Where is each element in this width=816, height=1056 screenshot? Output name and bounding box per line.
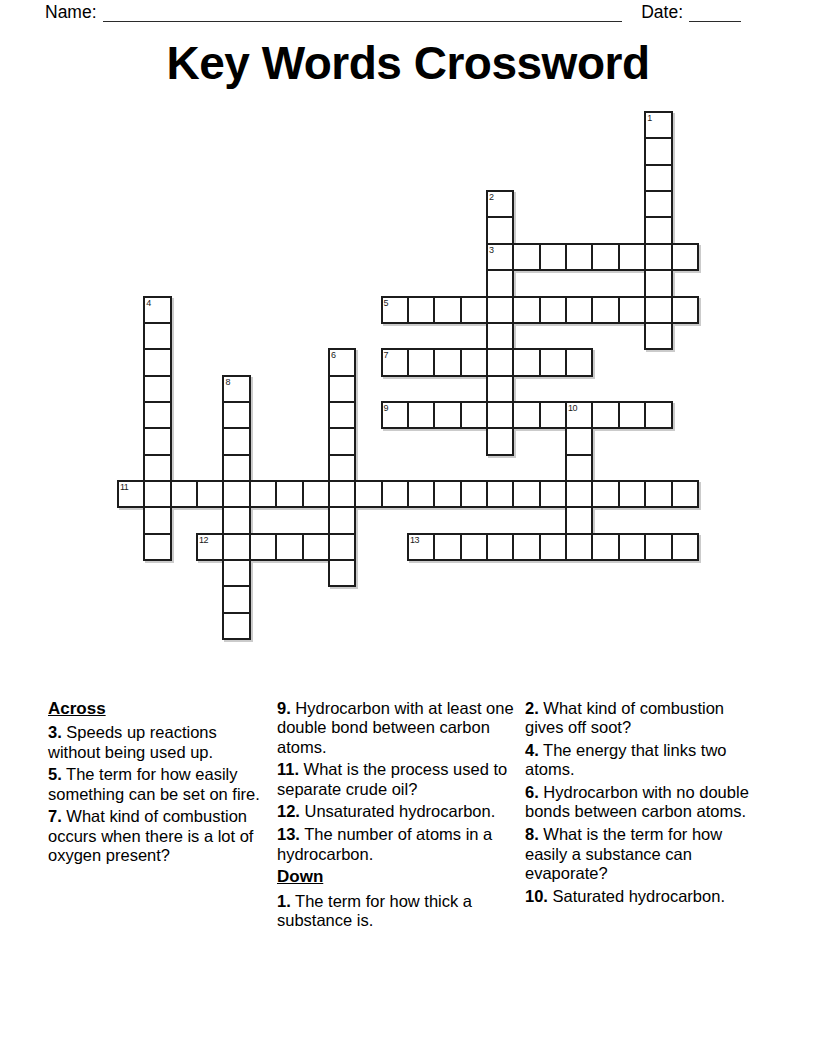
clue-number: 7 xyxy=(384,350,389,360)
grid-cell[interactable] xyxy=(328,454,356,482)
grid-cell[interactable] xyxy=(328,427,356,455)
clue-number-label: 9. xyxy=(277,699,291,717)
grid-cell[interactable]: 3 xyxy=(486,243,514,271)
grid-cell[interactable] xyxy=(222,401,250,429)
date-input-line[interactable] xyxy=(689,2,741,22)
grid-cell[interactable] xyxy=(222,612,250,640)
grid-cell[interactable] xyxy=(143,533,171,561)
grid-cell[interactable] xyxy=(618,243,646,271)
clue-number-label: 8. xyxy=(525,825,539,843)
grid-cell[interactable] xyxy=(512,243,540,271)
clue-number-label: 7. xyxy=(48,807,62,825)
clue-number-label: 13. xyxy=(277,825,300,843)
grid-cell[interactable] xyxy=(143,506,171,534)
grid-cell[interactable] xyxy=(222,559,250,587)
grid-cell[interactable] xyxy=(249,533,277,561)
grid-cell[interactable] xyxy=(486,401,514,429)
grid-cell[interactable] xyxy=(328,533,356,561)
clue: 2. What kind of combustion gives off soo… xyxy=(525,699,763,738)
clues-across-heading: Across xyxy=(48,699,266,718)
grid-cell[interactable] xyxy=(222,454,250,482)
grid-cell[interactable] xyxy=(143,348,171,376)
clue: 9. Hydrocarbon with at least one double … xyxy=(277,699,514,757)
grid-cell[interactable] xyxy=(302,533,330,561)
clue-number: 8 xyxy=(225,377,230,387)
grid-cell[interactable] xyxy=(591,533,619,561)
grid-cell[interactable] xyxy=(644,243,672,271)
worksheet-page: Name: Date: Key Words Crossword 12345678… xyxy=(0,0,816,1056)
grid-cell[interactable] xyxy=(486,480,514,508)
grid-cell[interactable] xyxy=(486,533,514,561)
grid-cell[interactable] xyxy=(486,269,514,297)
grid-cell[interactable] xyxy=(565,454,593,482)
grid-cell[interactable] xyxy=(143,401,171,429)
grid-cell[interactable] xyxy=(275,480,303,508)
clue-number-label: 4. xyxy=(525,741,539,759)
clue: 10. Saturated hydrocarbon. xyxy=(525,887,763,906)
grid-cell[interactable] xyxy=(618,296,646,324)
clue-column: Across3. Speeds up reactions without bei… xyxy=(48,699,266,934)
clue: 13. The number of atoms in a hydrocarbon… xyxy=(277,825,514,864)
grid-cell[interactable] xyxy=(539,296,567,324)
clue-number: 12 xyxy=(199,535,208,545)
grid-cell[interactable] xyxy=(486,427,514,455)
grid-cell[interactable] xyxy=(644,401,672,429)
grid-cell[interactable] xyxy=(486,322,514,350)
clue-number: 13 xyxy=(410,535,419,545)
clue: 1. The term for how thick a substance is… xyxy=(277,892,514,931)
name-label: Name: xyxy=(45,2,97,22)
grid-cell[interactable] xyxy=(486,348,514,376)
grid-cell[interactable] xyxy=(486,296,514,324)
grid-cell[interactable] xyxy=(143,427,171,455)
grid-cell[interactable] xyxy=(539,401,567,429)
grid-cell[interactable] xyxy=(591,296,619,324)
grid-cell[interactable] xyxy=(433,533,461,561)
grid-cell[interactable] xyxy=(512,296,540,324)
grid-cell[interactable] xyxy=(381,480,409,508)
grid-cell[interactable] xyxy=(644,137,672,165)
grid-cell[interactable] xyxy=(433,401,461,429)
grid-cell[interactable] xyxy=(539,533,567,561)
grid-cell[interactable]: 6 xyxy=(328,348,356,376)
grid-cell[interactable] xyxy=(565,296,593,324)
grid-cell[interactable] xyxy=(460,401,488,429)
clue: 11. What is the process used to separate… xyxy=(277,760,514,799)
grid-cell[interactable] xyxy=(565,533,593,561)
grid-cell[interactable] xyxy=(539,243,567,271)
grid-cell[interactable] xyxy=(328,559,356,587)
worksheet-header: Name: Date: xyxy=(45,2,741,22)
clue: 12. Unsaturated hydrocarbon. xyxy=(277,802,514,821)
grid-cell[interactable] xyxy=(671,480,699,508)
clue-number-label: 12. xyxy=(277,802,300,820)
grid-cell[interactable]: 1 xyxy=(644,111,672,139)
clue: 4. The energy that links two atoms. xyxy=(525,741,763,780)
grid-cell[interactable] xyxy=(591,480,619,508)
grid-cell[interactable] xyxy=(618,480,646,508)
grid-cell[interactable] xyxy=(671,296,699,324)
clue-number-label: 11. xyxy=(277,760,299,778)
grid-cell[interactable] xyxy=(618,401,646,429)
grid-cell[interactable] xyxy=(222,427,250,455)
grid-cell[interactable] xyxy=(671,533,699,561)
grid-cell[interactable] xyxy=(486,375,514,403)
grid-cell[interactable] xyxy=(539,348,567,376)
grid-cell[interactable] xyxy=(222,533,250,561)
grid-cell[interactable] xyxy=(644,480,672,508)
grid-cell[interactable]: 12 xyxy=(196,533,224,561)
grid-cell[interactable]: 11 xyxy=(117,480,145,508)
clue: 8. What is the term for how easily a sub… xyxy=(525,825,763,883)
grid-cell[interactable]: 8 xyxy=(222,375,250,403)
clue: 7. What kind of combustion occurs when t… xyxy=(48,807,266,865)
clue-column: 9. Hydrocarbon with at least one double … xyxy=(277,699,514,934)
grid-cell[interactable] xyxy=(433,348,461,376)
grid-cell[interactable] xyxy=(618,533,646,561)
name-input-line[interactable] xyxy=(103,2,623,22)
grid-cell[interactable]: 5 xyxy=(381,296,409,324)
grid-cell[interactable] xyxy=(671,243,699,271)
grid-cell[interactable] xyxy=(644,322,672,350)
grid-cell[interactable] xyxy=(591,401,619,429)
grid-cell[interactable] xyxy=(486,216,514,244)
grid-cell[interactable] xyxy=(222,480,250,508)
grid-cell[interactable] xyxy=(644,216,672,244)
grid-cell[interactable] xyxy=(512,480,540,508)
clue-column: 2. What kind of combustion gives off soo… xyxy=(525,699,763,934)
grid-cell[interactable] xyxy=(328,506,356,534)
grid-cell[interactable]: 4 xyxy=(143,296,171,324)
grid-cell[interactable] xyxy=(460,533,488,561)
grid-cell[interactable]: 13 xyxy=(407,533,435,561)
grid-cell[interactable]: 10 xyxy=(565,401,593,429)
grid-cell[interactable] xyxy=(143,480,171,508)
clue-number: 5 xyxy=(384,298,389,308)
clue-number-label: 2. xyxy=(525,699,539,717)
grid-cell[interactable] xyxy=(328,401,356,429)
grid-cell[interactable] xyxy=(644,533,672,561)
clue-number: 3 xyxy=(489,245,494,255)
clue-number: 1 xyxy=(647,113,652,123)
clue-number-label: 10. xyxy=(525,887,548,905)
grid-cell[interactable] xyxy=(407,480,435,508)
grid-cell[interactable] xyxy=(354,480,382,508)
clues-section: Across3. Speeds up reactions without bei… xyxy=(48,699,763,934)
grid-cell[interactable] xyxy=(460,480,488,508)
grid-cell[interactable] xyxy=(565,480,593,508)
grid-cell[interactable] xyxy=(143,322,171,350)
grid-cell[interactable] xyxy=(512,533,540,561)
grid-cell[interactable] xyxy=(460,296,488,324)
clue-number-label: 6. xyxy=(525,783,539,801)
grid-cell[interactable] xyxy=(196,480,224,508)
grid-cell[interactable] xyxy=(407,348,435,376)
grid-cell[interactable]: 9 xyxy=(381,401,409,429)
page-title: Key Words Crossword xyxy=(0,36,816,90)
clue: 5. The term for how easily something can… xyxy=(48,765,266,804)
clue-number-label: 3. xyxy=(48,723,62,741)
clue-number: 4 xyxy=(146,298,151,308)
date-label: Date: xyxy=(641,2,683,22)
grid-cell[interactable] xyxy=(460,348,488,376)
grid-cell[interactable] xyxy=(644,190,672,218)
grid-cell[interactable] xyxy=(328,480,356,508)
grid-cell[interactable] xyxy=(565,243,593,271)
grid-cell[interactable]: 7 xyxy=(381,348,409,376)
grid-cell[interactable] xyxy=(222,506,250,534)
grid-cell[interactable] xyxy=(302,480,330,508)
grid-cell[interactable] xyxy=(170,480,198,508)
grid-cell[interactable] xyxy=(512,348,540,376)
grid-cell[interactable] xyxy=(539,480,567,508)
grid-cell[interactable] xyxy=(222,585,250,613)
grid-cell[interactable]: 2 xyxy=(486,190,514,218)
grid-cell[interactable] xyxy=(565,427,593,455)
grid-cell[interactable] xyxy=(512,401,540,429)
clue: 6. Hydrocarbon with no double bonds betw… xyxy=(525,783,763,822)
grid-cell[interactable] xyxy=(249,480,277,508)
clue-number: 6 xyxy=(331,350,336,360)
grid-cell[interactable] xyxy=(407,401,435,429)
grid-cell[interactable] xyxy=(644,269,672,297)
clue-number-label: 5. xyxy=(48,765,62,783)
crossword-grid: 12345678910111213 xyxy=(117,111,699,641)
grid-cell[interactable] xyxy=(143,375,171,403)
grid-cell[interactable] xyxy=(275,533,303,561)
clue-number: 11 xyxy=(120,482,128,492)
grid-cell[interactable] xyxy=(565,348,593,376)
grid-cell[interactable] xyxy=(433,296,461,324)
clue: 3. Speeds up reactions without being use… xyxy=(48,723,266,762)
grid-cell[interactable] xyxy=(644,296,672,324)
grid-cell[interactable] xyxy=(328,375,356,403)
clues-down-heading: Down xyxy=(277,867,514,886)
grid-cell[interactable] xyxy=(565,506,593,534)
grid-cell[interactable] xyxy=(407,296,435,324)
clue-number: 9 xyxy=(384,403,389,413)
clue-number-label: 1. xyxy=(277,892,291,910)
clue-number: 10 xyxy=(568,403,577,413)
grid-cell[interactable] xyxy=(143,454,171,482)
grid-cell[interactable] xyxy=(433,480,461,508)
grid-cell[interactable] xyxy=(591,243,619,271)
grid-cell[interactable] xyxy=(644,164,672,192)
clue-number: 2 xyxy=(489,192,494,202)
